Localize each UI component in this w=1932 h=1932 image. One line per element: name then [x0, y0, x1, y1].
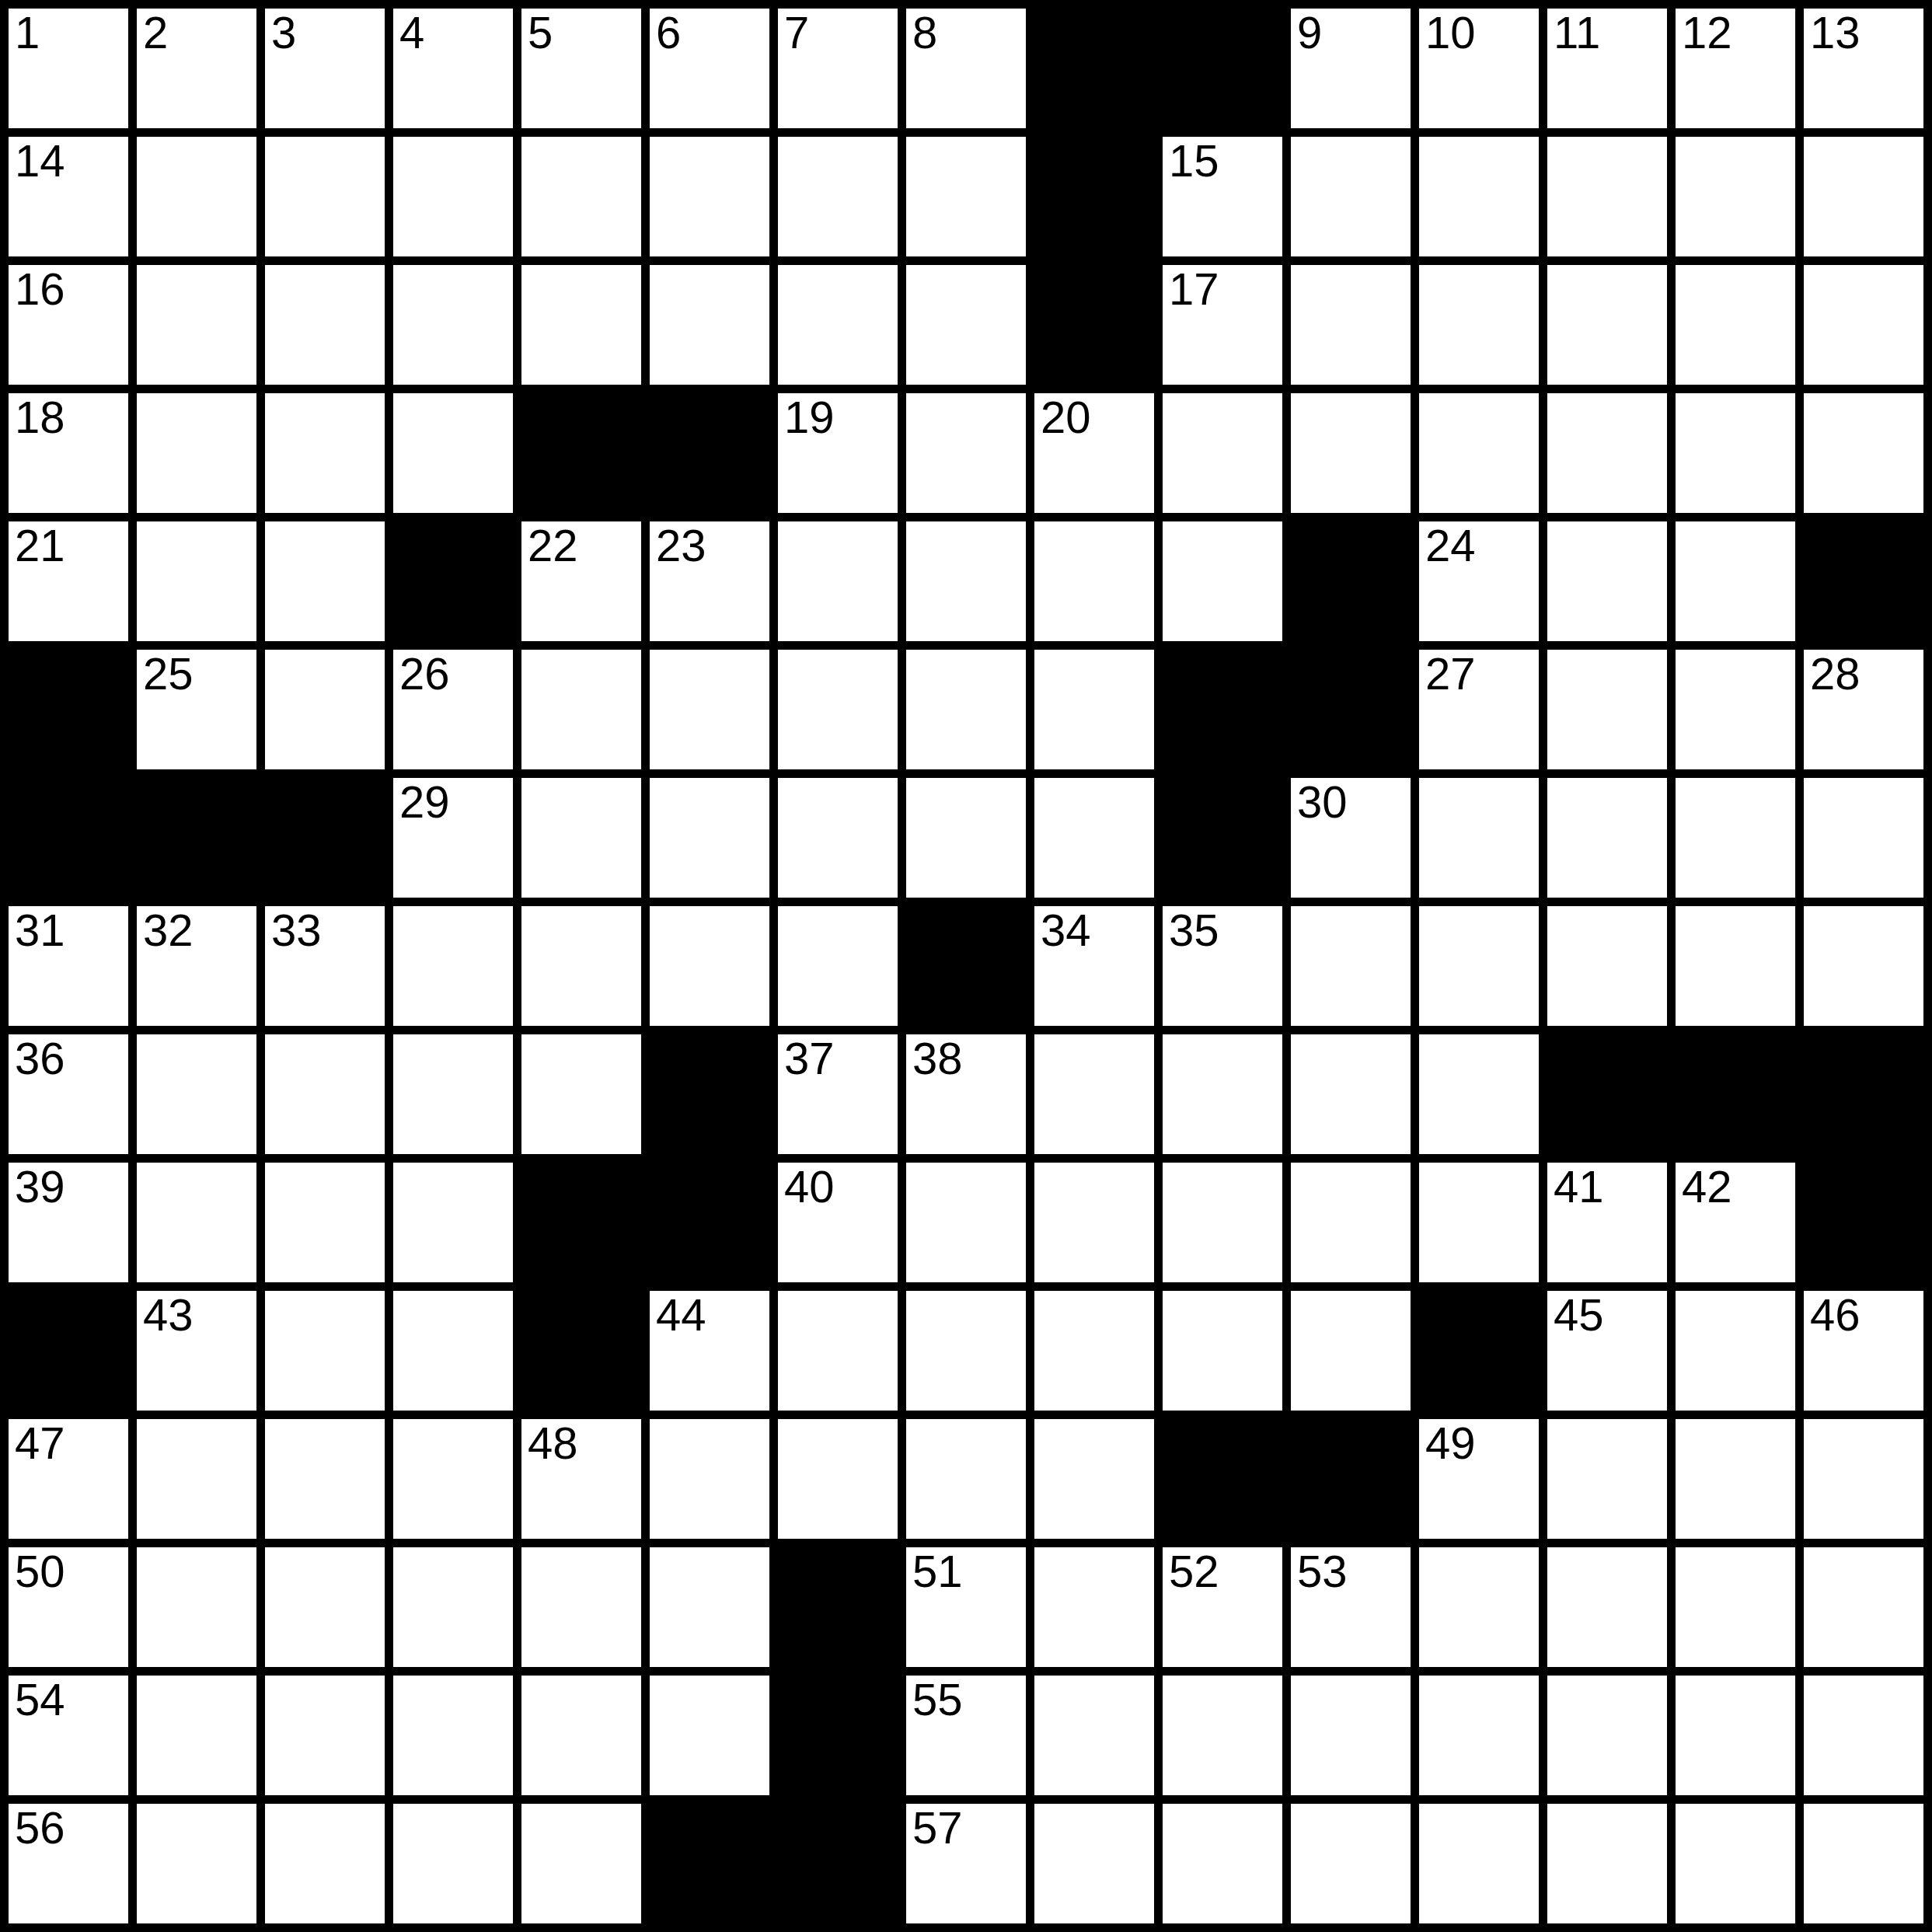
white-square[interactable]: [521, 1034, 641, 1154]
white-square[interactable]: 11: [1547, 9, 1667, 128]
white-square[interactable]: 12: [1676, 9, 1795, 128]
clue-number: 56: [15, 1805, 65, 1850]
clue-number: 1: [15, 10, 40, 55]
white-square[interactable]: 36: [9, 1034, 128, 1154]
white-square[interactable]: [1419, 1034, 1539, 1154]
white-square[interactable]: [1547, 265, 1667, 385]
white-square[interactable]: [906, 1163, 1026, 1282]
white-square[interactable]: [778, 778, 898, 898]
white-square[interactable]: [778, 1291, 898, 1411]
white-square[interactable]: [1419, 1676, 1539, 1795]
black-square: [1163, 1419, 1282, 1539]
white-square[interactable]: [1034, 1547, 1154, 1667]
white-square[interactable]: [1547, 1804, 1667, 1923]
white-square[interactable]: [1676, 265, 1795, 385]
black-square: [778, 1547, 898, 1667]
clue-number: 17: [1169, 267, 1219, 312]
clue-number: 41: [1554, 1164, 1604, 1209]
white-square[interactable]: [137, 1419, 256, 1539]
white-square[interactable]: [265, 393, 385, 513]
white-square[interactable]: [1676, 1547, 1795, 1667]
white-square[interactable]: [1291, 1034, 1411, 1154]
white-square[interactable]: [393, 1804, 513, 1923]
black-square: [9, 1291, 128, 1411]
clue-number: 16: [15, 267, 65, 312]
white-square[interactable]: [393, 906, 513, 1026]
white-square[interactable]: [1676, 778, 1795, 898]
white-square[interactable]: [1034, 650, 1154, 769]
white-square[interactable]: [521, 1676, 641, 1795]
black-square: [1034, 265, 1154, 385]
white-square[interactable]: 7: [778, 9, 898, 128]
clue-number: 24: [1425, 523, 1476, 568]
black-square: [521, 1163, 641, 1282]
white-square[interactable]: [1163, 1163, 1282, 1282]
white-square[interactable]: 45: [1547, 1291, 1667, 1411]
clue-number: 26: [399, 651, 450, 696]
white-square[interactable]: [906, 521, 1026, 641]
white-square[interactable]: 8: [906, 9, 1026, 128]
white-square[interactable]: [1804, 1676, 1923, 1795]
white-square[interactable]: [650, 906, 769, 1026]
clue-number: 52: [1169, 1549, 1219, 1594]
clue-number: 36: [15, 1036, 65, 1081]
clue-number: 10: [1425, 10, 1476, 55]
white-square[interactable]: [650, 650, 769, 769]
white-square[interactable]: [1676, 393, 1795, 513]
white-square[interactable]: [1547, 906, 1667, 1026]
white-square[interactable]: [1419, 1547, 1539, 1667]
white-square[interactable]: 19: [778, 393, 898, 513]
white-square[interactable]: [1676, 1419, 1795, 1539]
white-square[interactable]: [137, 1547, 256, 1667]
white-square[interactable]: [1034, 778, 1154, 898]
clue-number: 44: [656, 1292, 706, 1337]
white-square[interactable]: 34: [1034, 906, 1154, 1026]
white-square[interactable]: [1547, 393, 1667, 513]
white-square[interactable]: [137, 521, 256, 641]
black-square: [778, 1804, 898, 1923]
white-square[interactable]: [1676, 137, 1795, 256]
white-square[interactable]: 52: [1163, 1547, 1282, 1667]
black-square: [1804, 1163, 1923, 1282]
white-square[interactable]: [778, 650, 898, 769]
white-square[interactable]: [393, 1034, 513, 1154]
white-square[interactable]: 37: [778, 1034, 898, 1154]
white-square[interactable]: [393, 1419, 513, 1539]
white-square[interactable]: [1419, 906, 1539, 1026]
clue-number: 35: [1169, 908, 1219, 953]
white-square[interactable]: [1676, 650, 1795, 769]
clue-number: 6: [656, 10, 681, 55]
white-square[interactable]: [265, 1034, 385, 1154]
clue-number: 25: [143, 651, 194, 696]
white-square[interactable]: [778, 137, 898, 256]
clue-number: 48: [528, 1421, 578, 1466]
white-square[interactable]: [137, 137, 256, 256]
white-square[interactable]: 27: [1419, 650, 1539, 769]
white-square[interactable]: 28: [1804, 650, 1923, 769]
white-square[interactable]: 55: [906, 1676, 1026, 1795]
black-square: [1163, 650, 1282, 769]
white-square[interactable]: 5: [521, 9, 641, 128]
white-square[interactable]: [1676, 1291, 1795, 1411]
clue-number: 51: [912, 1549, 963, 1594]
clue-number: 11: [1554, 10, 1600, 55]
clue-number: 42: [1682, 1164, 1732, 1209]
clue-number: 45: [1554, 1292, 1604, 1337]
clue-number: 33: [271, 908, 322, 953]
clue-number: 53: [1297, 1549, 1348, 1594]
black-square: [521, 1291, 641, 1411]
black-square: [650, 1804, 769, 1923]
white-square[interactable]: [393, 1291, 513, 1411]
white-square[interactable]: [1676, 521, 1795, 641]
white-square[interactable]: [1419, 137, 1539, 256]
clue-number: 32: [143, 908, 194, 953]
white-square[interactable]: [137, 265, 256, 385]
white-square[interactable]: [1547, 778, 1667, 898]
clue-number: 20: [1041, 395, 1091, 440]
black-square: [9, 778, 128, 898]
white-square[interactable]: [1547, 137, 1667, 256]
white-square[interactable]: [393, 137, 513, 256]
clue-number: 3: [271, 10, 296, 55]
white-square[interactable]: [906, 650, 1026, 769]
clue-number: 54: [15, 1677, 65, 1722]
white-square[interactable]: [393, 1676, 513, 1795]
white-square[interactable]: [1804, 265, 1923, 385]
white-square[interactable]: [1419, 265, 1539, 385]
white-square[interactable]: [521, 1804, 641, 1923]
black-square: [650, 393, 769, 513]
white-square[interactable]: [1291, 393, 1411, 513]
white-square[interactable]: [1034, 1034, 1154, 1154]
white-square[interactable]: 51: [906, 1547, 1026, 1667]
white-square[interactable]: [265, 1419, 385, 1539]
white-square[interactable]: 43: [137, 1291, 256, 1411]
white-square[interactable]: 54: [9, 1676, 128, 1795]
white-square[interactable]: [265, 265, 385, 385]
white-square[interactable]: [1547, 1676, 1667, 1795]
white-square[interactable]: 3: [265, 9, 385, 128]
clue-number: 31: [15, 908, 65, 953]
white-square[interactable]: 22: [521, 521, 641, 641]
white-square[interactable]: [1034, 521, 1154, 641]
white-square[interactable]: [650, 265, 769, 385]
clue-number: 37: [784, 1036, 835, 1081]
white-square[interactable]: [521, 906, 641, 1026]
clue-number: 14: [15, 138, 65, 183]
black-square: [1291, 521, 1411, 641]
white-square[interactable]: [1676, 1676, 1795, 1795]
white-square[interactable]: [1163, 521, 1282, 641]
black-square: [1291, 1419, 1411, 1539]
clue-number: 5: [528, 10, 553, 55]
white-square[interactable]: [1547, 650, 1667, 769]
clue-number: 4: [399, 10, 424, 55]
white-square[interactable]: 24: [1419, 521, 1539, 641]
white-square[interactable]: 39: [9, 1163, 128, 1282]
crossword-grid: 1234567891011121314151617181920212223242…: [0, 0, 1932, 1932]
white-square[interactable]: [393, 265, 513, 385]
white-square[interactable]: [1547, 521, 1667, 641]
white-square[interactable]: 18: [9, 393, 128, 513]
white-square[interactable]: 49: [1419, 1419, 1539, 1539]
clue-number: 27: [1425, 651, 1476, 696]
white-square[interactable]: [1419, 1163, 1539, 1282]
clue-number: 15: [1169, 138, 1219, 183]
white-square[interactable]: 46: [1804, 1291, 1923, 1411]
white-square[interactable]: [778, 906, 898, 1026]
white-square[interactable]: [1034, 1163, 1154, 1282]
white-square[interactable]: [1163, 1291, 1282, 1411]
black-square: [1034, 137, 1154, 256]
black-square: [9, 650, 128, 769]
clue-number: 49: [1425, 1421, 1476, 1466]
white-square[interactable]: 40: [778, 1163, 898, 1282]
white-square[interactable]: [137, 1034, 256, 1154]
white-square[interactable]: 17: [1163, 265, 1282, 385]
white-square[interactable]: [906, 1419, 1026, 1539]
white-square[interactable]: [137, 1676, 256, 1795]
white-square[interactable]: [1034, 1291, 1154, 1411]
black-square: [1163, 9, 1282, 128]
clue-number: 23: [656, 523, 706, 568]
white-square[interactable]: [1291, 906, 1411, 1026]
white-square[interactable]: 6: [650, 9, 769, 128]
white-square[interactable]: [650, 778, 769, 898]
white-square[interactable]: 47: [9, 1419, 128, 1539]
clue-number: 55: [912, 1677, 963, 1722]
white-square[interactable]: [906, 265, 1026, 385]
white-square[interactable]: 30: [1291, 778, 1411, 898]
white-square[interactable]: 26: [393, 650, 513, 769]
white-square[interactable]: [265, 1547, 385, 1667]
white-square[interactable]: [1291, 1676, 1411, 1795]
clue-number: 50: [15, 1549, 65, 1594]
black-square: [137, 778, 256, 898]
white-square[interactable]: [1163, 393, 1282, 513]
white-square[interactable]: [521, 650, 641, 769]
white-square[interactable]: [1419, 393, 1539, 513]
white-square[interactable]: [137, 1163, 256, 1282]
white-square[interactable]: [1804, 1419, 1923, 1539]
clue-number: 18: [15, 395, 65, 440]
white-square[interactable]: 57: [906, 1804, 1026, 1923]
white-square[interactable]: 41: [1547, 1163, 1667, 1282]
white-square[interactable]: [393, 393, 513, 513]
clue-number: 13: [1810, 10, 1861, 55]
clue-number: 12: [1682, 10, 1732, 55]
white-square[interactable]: [1804, 778, 1923, 898]
white-square[interactable]: [265, 1804, 385, 1923]
black-square: [521, 393, 641, 513]
black-square: [1419, 1291, 1539, 1411]
clue-number: 8: [912, 10, 937, 55]
white-square[interactable]: 20: [1034, 393, 1154, 513]
black-square: [650, 1163, 769, 1282]
white-square[interactable]: [1034, 1804, 1154, 1923]
black-square: [265, 778, 385, 898]
white-square[interactable]: 56: [9, 1804, 128, 1923]
white-square[interactable]: [1676, 1804, 1795, 1923]
clue-number: 57: [912, 1805, 963, 1850]
black-square: [1034, 9, 1154, 128]
white-square[interactable]: [1291, 1291, 1411, 1411]
white-square[interactable]: [1804, 1804, 1923, 1923]
white-square[interactable]: [521, 778, 641, 898]
white-square[interactable]: [1291, 137, 1411, 256]
white-square[interactable]: [1676, 906, 1795, 1026]
white-square[interactable]: [906, 393, 1026, 513]
black-square: [778, 1676, 898, 1795]
white-square[interactable]: [1163, 1034, 1282, 1154]
white-square[interactable]: 53: [1291, 1547, 1411, 1667]
white-square[interactable]: 23: [650, 521, 769, 641]
clue-number: 46: [1810, 1292, 1861, 1337]
clue-number: 47: [15, 1421, 65, 1466]
white-square[interactable]: 29: [393, 778, 513, 898]
clue-number: 34: [1041, 908, 1091, 953]
clue-number: 40: [784, 1164, 835, 1209]
white-square[interactable]: [521, 1547, 641, 1667]
white-square[interactable]: [1804, 1547, 1923, 1667]
white-square[interactable]: [265, 1163, 385, 1282]
white-square[interactable]: 21: [9, 521, 128, 641]
white-square[interactable]: 1: [9, 9, 128, 128]
white-square[interactable]: [650, 1419, 769, 1539]
white-square[interactable]: 48: [521, 1419, 641, 1539]
clue-number: 28: [1810, 651, 1861, 696]
white-square[interactable]: [906, 778, 1026, 898]
white-square[interactable]: [650, 1676, 769, 1795]
white-square[interactable]: [778, 1419, 898, 1539]
white-square[interactable]: 42: [1676, 1163, 1795, 1282]
white-square[interactable]: 32: [137, 906, 256, 1026]
white-square[interactable]: [1547, 1419, 1667, 1539]
white-square[interactable]: [650, 1547, 769, 1667]
white-square[interactable]: [1034, 1419, 1154, 1539]
black-square: [906, 906, 1026, 1026]
black-square: [1163, 778, 1282, 898]
white-square[interactable]: [1291, 265, 1411, 385]
white-square[interactable]: 2: [137, 9, 256, 128]
white-square[interactable]: [1804, 393, 1923, 513]
black-square: [393, 521, 513, 641]
clue-number: 29: [399, 779, 450, 825]
clue-number: 19: [784, 395, 835, 440]
white-square[interactable]: 15: [1163, 137, 1282, 256]
white-square[interactable]: [1804, 906, 1923, 1026]
black-square: [1291, 650, 1411, 769]
white-square[interactable]: [1163, 1804, 1282, 1923]
white-square[interactable]: [265, 521, 385, 641]
white-square[interactable]: [1291, 1163, 1411, 1282]
white-square[interactable]: [1291, 1804, 1411, 1923]
clue-number: 21: [15, 523, 65, 568]
black-square: [650, 1034, 769, 1154]
clue-number: 9: [1297, 10, 1322, 55]
white-square[interactable]: 16: [9, 265, 128, 385]
white-square[interactable]: [1419, 1804, 1539, 1923]
black-square: [1547, 1034, 1667, 1154]
white-square[interactable]: 13: [1804, 9, 1923, 128]
clue-number: 22: [528, 523, 578, 568]
white-square[interactable]: [650, 137, 769, 256]
white-square[interactable]: [265, 137, 385, 256]
white-square[interactable]: [906, 1291, 1026, 1411]
white-square[interactable]: [1163, 1676, 1282, 1795]
white-square[interactable]: [265, 1676, 385, 1795]
white-square[interactable]: 10: [1419, 9, 1539, 128]
black-square: [1804, 521, 1923, 641]
clue-number: 38: [912, 1036, 963, 1081]
white-square[interactable]: [778, 521, 898, 641]
white-square[interactable]: [393, 1547, 513, 1667]
white-square[interactable]: [1804, 137, 1923, 256]
black-square: [1804, 1034, 1923, 1154]
white-square[interactable]: [137, 393, 256, 513]
white-square[interactable]: 4: [393, 9, 513, 128]
white-square[interactable]: 31: [9, 906, 128, 1026]
white-square[interactable]: [1419, 778, 1539, 898]
white-square[interactable]: [521, 137, 641, 256]
white-square[interactable]: 9: [1291, 9, 1411, 128]
white-square[interactable]: [265, 650, 385, 769]
clue-number: 43: [143, 1292, 194, 1337]
white-square[interactable]: [137, 1804, 256, 1923]
white-square[interactable]: 25: [137, 650, 256, 769]
black-square: [1676, 1034, 1795, 1154]
clue-number: 30: [1297, 779, 1348, 825]
white-square[interactable]: [778, 265, 898, 385]
white-square[interactable]: 14: [9, 137, 128, 256]
white-square[interactable]: 38: [906, 1034, 1026, 1154]
white-square[interactable]: 44: [650, 1291, 769, 1411]
white-square[interactable]: 50: [9, 1547, 128, 1667]
white-square[interactable]: 35: [1163, 906, 1282, 1026]
white-square[interactable]: [906, 137, 1026, 256]
white-square[interactable]: [1547, 1547, 1667, 1667]
white-square[interactable]: [1034, 1676, 1154, 1795]
clue-number: 39: [15, 1164, 65, 1209]
white-square[interactable]: [265, 1291, 385, 1411]
clue-number: 7: [784, 10, 809, 55]
white-square[interactable]: [393, 1163, 513, 1282]
white-square[interactable]: [521, 265, 641, 385]
clue-number: 2: [143, 10, 168, 55]
white-square[interactable]: 33: [265, 906, 385, 1026]
